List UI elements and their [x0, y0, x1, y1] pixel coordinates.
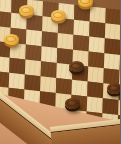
checker-piece-yellow[interactable]: ⛀ [51, 10, 66, 21]
checker-piece-dark[interactable]: ⛂ [65, 98, 80, 109]
checker-piece-dark[interactable]: ⛂ [107, 83, 121, 94]
checker-piece-yellow[interactable]: ⛀ [4, 34, 19, 45]
checker-piece-dark[interactable]: ⛂ [69, 61, 84, 72]
checker-piece-yellow[interactable]: ⛀ [19, 5, 34, 16]
checker-piece-yellow[interactable]: ⛀ [78, 0, 93, 7]
board-photo: ⛀⛀⛀⛀⛂⛂⛂ [0, 0, 120, 144]
pieces-layer: ⛀⛀⛀⛀⛂⛂⛂ [0, 0, 120, 144]
photo-layer: ⛀⛀⛀⛀⛂⛂⛂ [0, 0, 120, 144]
